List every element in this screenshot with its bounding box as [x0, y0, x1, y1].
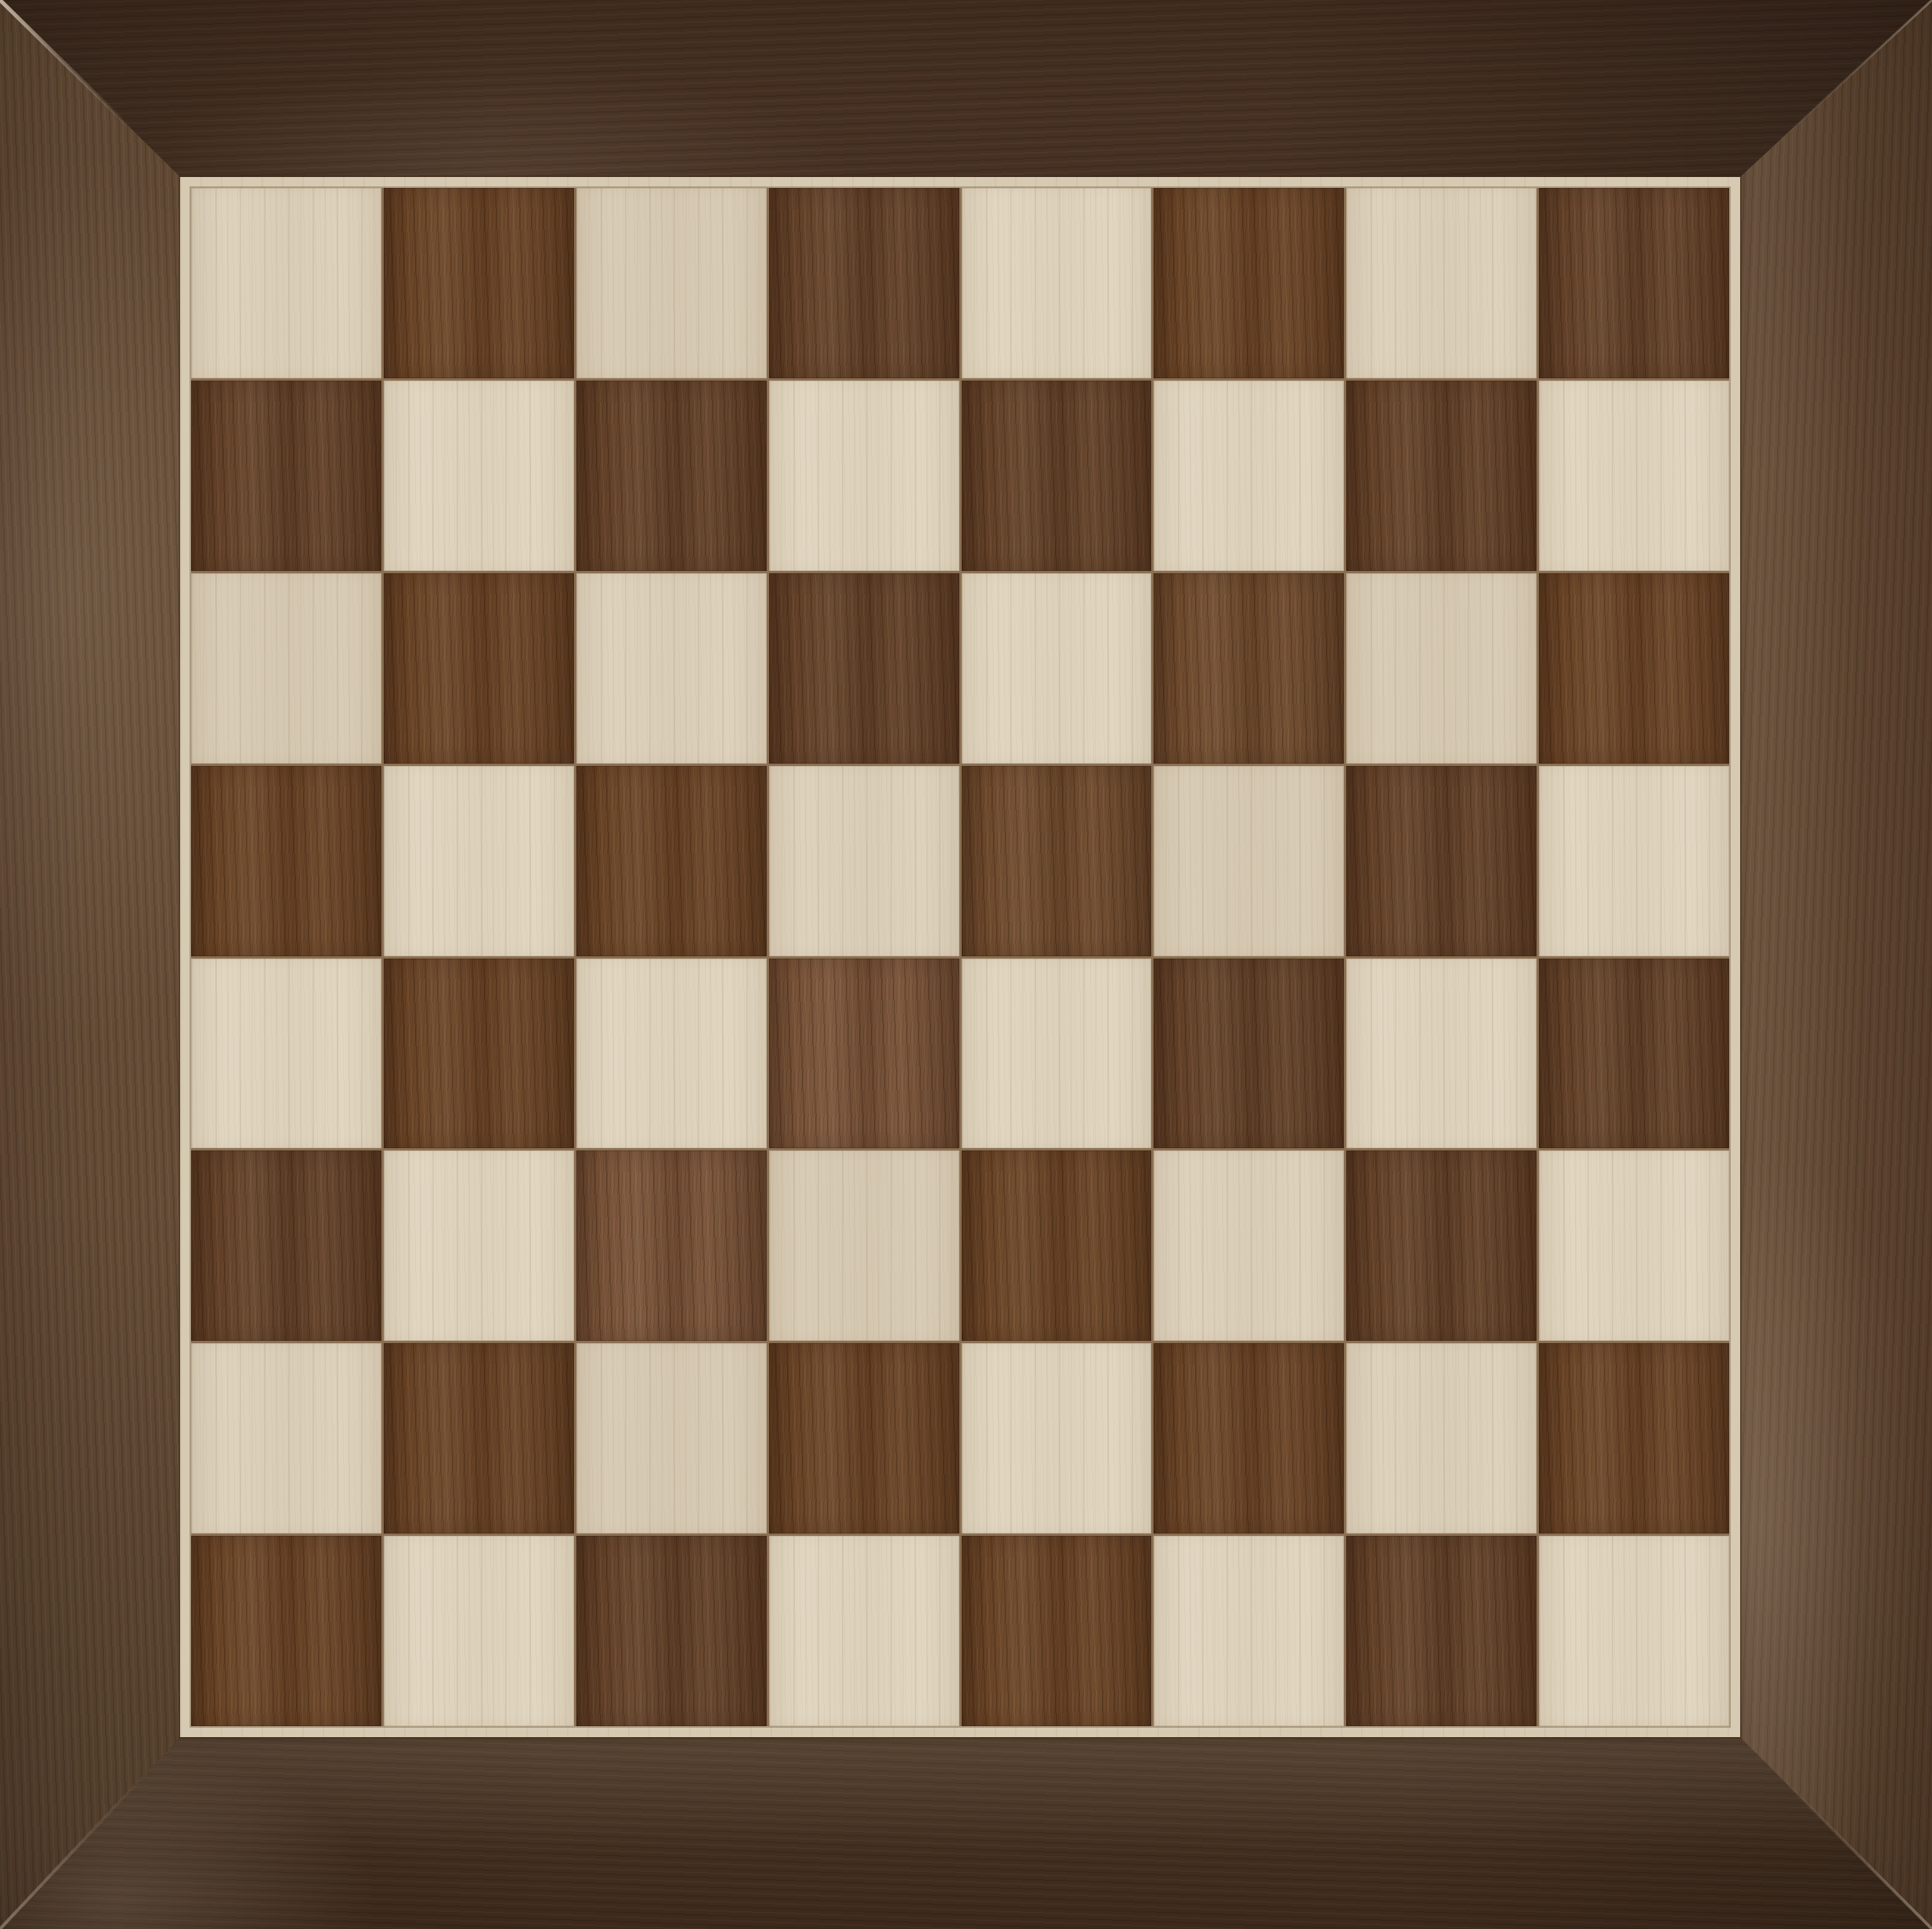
maple-inlay-border [180, 177, 1740, 1737]
square-e1[interactable] [962, 1536, 1152, 1726]
square-g1[interactable] [1346, 1536, 1537, 1726]
square-a5[interactable] [191, 766, 381, 956]
square-f8[interactable] [1154, 188, 1344, 378]
square-h2[interactable] [1539, 1343, 1729, 1533]
square-e2[interactable] [962, 1343, 1152, 1533]
square-a2[interactable] [191, 1343, 381, 1533]
square-f5[interactable] [1154, 766, 1344, 956]
square-g4[interactable] [1346, 959, 1537, 1149]
square-c4[interactable] [576, 959, 767, 1149]
square-h4[interactable] [1539, 959, 1729, 1149]
square-b1[interactable] [384, 1536, 574, 1726]
square-d2[interactable] [769, 1343, 959, 1533]
square-a4[interactable] [191, 959, 381, 1149]
square-d5[interactable] [769, 766, 959, 956]
square-e8[interactable] [962, 188, 1152, 378]
square-e5[interactable] [962, 766, 1152, 956]
square-e3[interactable] [962, 1151, 1152, 1341]
square-c3[interactable] [576, 1151, 767, 1341]
square-f2[interactable] [1154, 1343, 1344, 1533]
square-g5[interactable] [1346, 766, 1537, 956]
square-g2[interactable] [1346, 1343, 1537, 1533]
square-d8[interactable] [769, 188, 959, 378]
square-a1[interactable] [191, 1536, 381, 1726]
square-c7[interactable] [576, 381, 767, 571]
square-a8[interactable] [191, 188, 381, 378]
square-e7[interactable] [962, 381, 1152, 571]
square-g7[interactable] [1346, 381, 1537, 571]
square-h5[interactable] [1539, 766, 1729, 956]
square-f1[interactable] [1154, 1536, 1344, 1726]
square-e4[interactable] [962, 959, 1152, 1149]
square-h6[interactable] [1539, 573, 1729, 764]
square-e6[interactable] [962, 573, 1152, 764]
square-f4[interactable] [1154, 959, 1344, 1149]
square-d1[interactable] [769, 1536, 959, 1726]
square-b3[interactable] [384, 1151, 574, 1341]
square-c6[interactable] [576, 573, 767, 764]
square-d6[interactable] [769, 573, 959, 764]
square-b2[interactable] [384, 1343, 574, 1533]
square-g8[interactable] [1346, 188, 1537, 378]
chessboard-photo [0, 0, 1932, 1929]
square-b5[interactable] [384, 766, 574, 956]
square-b6[interactable] [384, 573, 574, 764]
square-d4[interactable] [769, 959, 959, 1149]
square-g6[interactable] [1346, 573, 1537, 764]
square-d3[interactable] [769, 1151, 959, 1341]
square-f3[interactable] [1154, 1151, 1344, 1341]
square-f7[interactable] [1154, 381, 1344, 571]
square-b8[interactable] [384, 188, 574, 378]
chessboard-grid [191, 188, 1729, 1726]
square-c5[interactable] [576, 766, 767, 956]
square-a6[interactable] [191, 573, 381, 764]
square-c2[interactable] [576, 1343, 767, 1533]
square-c8[interactable] [576, 188, 767, 378]
square-f6[interactable] [1154, 573, 1344, 764]
square-h1[interactable] [1539, 1536, 1729, 1726]
square-a7[interactable] [191, 381, 381, 571]
square-h8[interactable] [1539, 188, 1729, 378]
square-a3[interactable] [191, 1151, 381, 1341]
square-h7[interactable] [1539, 381, 1729, 571]
square-b7[interactable] [384, 381, 574, 571]
square-h3[interactable] [1539, 1151, 1729, 1341]
square-c1[interactable] [576, 1536, 767, 1726]
square-d7[interactable] [769, 381, 959, 571]
square-b4[interactable] [384, 959, 574, 1149]
square-g3[interactable] [1346, 1151, 1537, 1341]
